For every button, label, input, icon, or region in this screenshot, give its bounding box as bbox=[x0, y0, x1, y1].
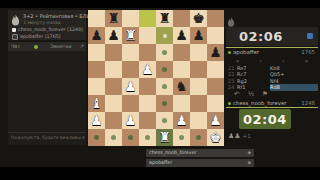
top-clock: 02:06 bbox=[226, 27, 318, 46]
online-dot-icon bbox=[228, 51, 231, 54]
square-d8[interactable] bbox=[139, 10, 156, 27]
top-player-name[interactable]: apobaffer bbox=[233, 49, 259, 55]
move-dot[interactable] bbox=[128, 135, 133, 140]
square-h3[interactable] bbox=[207, 95, 224, 112]
square-e4[interactable] bbox=[156, 78, 173, 95]
square-b1[interactable] bbox=[105, 129, 122, 146]
piece-bp-f7[interactable]: ♟ bbox=[173, 27, 190, 44]
square-d4[interactable] bbox=[139, 78, 156, 95]
square-a1[interactable] bbox=[88, 129, 105, 146]
bottom-player-rating: 1248 bbox=[301, 100, 315, 106]
square-a8[interactable] bbox=[88, 10, 105, 27]
chat-header: Чат Заметки ↗ bbox=[8, 42, 86, 51]
piece-wp-c2[interactable]: ♟ bbox=[122, 112, 139, 129]
square-c8[interactable] bbox=[122, 10, 139, 27]
square-b4[interactable] bbox=[105, 78, 122, 95]
square-h5[interactable] bbox=[207, 61, 224, 78]
bottom-player-name[interactable]: chess_noob_forever bbox=[233, 100, 286, 106]
move-dot[interactable] bbox=[179, 135, 184, 140]
square-b8[interactable]: ♜ bbox=[105, 10, 122, 27]
square-c2[interactable]: ♟ bbox=[122, 112, 139, 129]
game-meta: 3+2 • Рейтинговая • БЛИЦ bbox=[23, 13, 94, 19]
square-b2[interactable] bbox=[105, 112, 122, 129]
piece-wb-a3[interactable]: ♝ bbox=[88, 95, 105, 112]
move-dot[interactable] bbox=[94, 135, 99, 140]
right-panel: 02:06 apobaffer 1765 «‹›» 21Re7Kb822Rc7Q… bbox=[226, 8, 318, 167]
black-color-icon bbox=[12, 34, 18, 40]
black-player-row: apobaffer (1765) bbox=[12, 34, 61, 40]
captured-pieces: ♟♟+1 bbox=[228, 132, 251, 140]
game-info-box: 3+2 • Рейтинговая • БЛИЦ 1 минуту назад … bbox=[8, 10, 86, 40]
move-list: 21Re7Kb822Rc7Qb5+23Rg2Nf424Rf1Rd8 bbox=[226, 65, 318, 91]
square-d2[interactable] bbox=[139, 112, 156, 129]
player-bar-name: chess_noob_forever bbox=[149, 150, 197, 155]
game-controls: ↶½⚑ bbox=[226, 90, 318, 99]
square-d6[interactable] bbox=[139, 44, 156, 61]
square-f3[interactable] bbox=[173, 95, 190, 112]
nav-button-last[interactable]: » bbox=[295, 57, 318, 64]
square-b3[interactable] bbox=[105, 95, 122, 112]
square-f5[interactable] bbox=[173, 61, 190, 78]
nav-button-first[interactable]: « bbox=[226, 57, 249, 64]
square-g7[interactable]: ♟ bbox=[190, 27, 207, 44]
move-dot[interactable] bbox=[162, 67, 167, 72]
move-dot[interactable] bbox=[162, 84, 167, 89]
square-e5[interactable] bbox=[156, 61, 173, 78]
square-b5[interactable] bbox=[105, 61, 122, 78]
square-d7[interactable] bbox=[139, 27, 156, 44]
top-player-bar: apobaffer 1765 bbox=[226, 48, 318, 56]
square-d5[interactable]: ♟ bbox=[139, 61, 156, 78]
square-a7[interactable]: ♟ bbox=[88, 27, 105, 44]
square-a4[interactable] bbox=[88, 78, 105, 95]
square-c4[interactable]: ♟ bbox=[122, 78, 139, 95]
piece-wk-h1[interactable]: ♚ bbox=[207, 129, 224, 146]
square-g8[interactable]: ♚ bbox=[190, 10, 207, 27]
square-h6[interactable]: ♟ bbox=[207, 44, 224, 61]
piece-wp-c4[interactable]: ♟ bbox=[122, 78, 139, 95]
square-f1[interactable] bbox=[173, 129, 190, 146]
square-f4[interactable]: ♞ bbox=[173, 78, 190, 95]
square-d3[interactable] bbox=[139, 95, 156, 112]
square-f2[interactable]: ♟ bbox=[173, 112, 190, 129]
square-g1[interactable] bbox=[190, 129, 207, 146]
square-h8[interactable] bbox=[207, 10, 224, 27]
chat-input[interactable]: Пожалуйста, будьте вежливы в чате! bbox=[8, 132, 86, 140]
piece-wr-c7[interactable]: ♜ bbox=[122, 27, 139, 44]
material-advantage: +1 bbox=[243, 133, 251, 139]
piece-br-b8[interactable]: ♜ bbox=[105, 10, 122, 27]
square-g6[interactable] bbox=[190, 44, 207, 61]
lichess-page: 3+2 • Рейтинговая • БЛИЦ 1 минуту назад … bbox=[0, 8, 320, 167]
top-clock-time: 02:06 bbox=[239, 29, 283, 44]
bottom-clock-time: 02:04 bbox=[243, 112, 287, 127]
piece-wp-d5[interactable]: ♟ bbox=[139, 61, 156, 78]
player-bar-name: apobaffer bbox=[149, 160, 172, 165]
top-player-rating: 1765 bbox=[301, 49, 315, 55]
move-dot[interactable] bbox=[163, 34, 167, 38]
square-a5[interactable] bbox=[88, 61, 105, 78]
square-f6[interactable] bbox=[173, 44, 190, 61]
move-dot[interactable] bbox=[145, 135, 150, 140]
move-nav-bar: «‹›» bbox=[226, 57, 318, 64]
square-h2[interactable]: ♟ bbox=[207, 112, 224, 129]
move-dot[interactable] bbox=[196, 135, 201, 140]
piece-wp-f2[interactable]: ♟ bbox=[173, 112, 190, 129]
move-dot[interactable] bbox=[162, 50, 167, 55]
square-a2[interactable]: ♟ bbox=[88, 112, 105, 129]
square-c5[interactable] bbox=[122, 61, 139, 78]
blitz-flame-icon bbox=[11, 14, 20, 27]
online-dot-icon bbox=[228, 102, 231, 105]
square-c7[interactable]: ♜ bbox=[122, 27, 139, 44]
flair-icon bbox=[307, 33, 313, 39]
tab-chat[interactable]: Чат bbox=[11, 44, 20, 49]
white-color-icon bbox=[12, 28, 16, 32]
piece-bp-h6[interactable]: ♟ bbox=[207, 44, 224, 61]
bottom-player-bar: chess_noob_forever 1248 bbox=[226, 99, 318, 108]
piece-br-e8[interactable]: ♜ bbox=[156, 10, 173, 27]
square-c6[interactable] bbox=[122, 44, 139, 61]
square-a3[interactable]: ♝ bbox=[88, 95, 105, 112]
nav-button-next[interactable]: › bbox=[272, 57, 295, 64]
square-e8[interactable]: ♜ bbox=[156, 10, 173, 27]
square-e7[interactable] bbox=[156, 27, 173, 44]
square-d1[interactable] bbox=[139, 129, 156, 146]
square-c3[interactable] bbox=[122, 95, 139, 112]
move-dot[interactable] bbox=[162, 118, 167, 123]
square-e1[interactable]: ♜ bbox=[156, 129, 173, 146]
square-e3[interactable] bbox=[156, 95, 173, 112]
square-h7[interactable] bbox=[207, 27, 224, 44]
piece-wp-h2[interactable]: ♟ bbox=[207, 112, 224, 129]
resign-flag-icon[interactable]: ⚑ bbox=[262, 90, 268, 99]
square-g5[interactable] bbox=[190, 61, 207, 78]
square-e2[interactable] bbox=[156, 112, 173, 129]
draw-offer-icon[interactable]: ½ bbox=[248, 90, 254, 99]
piece-wr-e1[interactable]: ♜ bbox=[156, 129, 173, 146]
chess-board: ♜♜♚♟♟♜♟♟♟♟♟♞♝♟♟♟♟♜♚ bbox=[88, 10, 224, 146]
chat-box: Чат Заметки ↗ Пожалуйста, будьте вежливы… bbox=[8, 42, 86, 145]
piece-bn-f4[interactable]: ♞ bbox=[173, 78, 190, 95]
piece-bp-a7[interactable]: ♟ bbox=[88, 27, 105, 44]
white-player-row: chess_noob_forever (1248) bbox=[12, 27, 83, 32]
square-f7[interactable]: ♟ bbox=[173, 27, 190, 44]
game-time-ago: 1 минуту назад bbox=[23, 20, 61, 25]
captured-pawns: ♟♟ bbox=[228, 132, 241, 140]
square-h4[interactable] bbox=[207, 78, 224, 95]
piece-bp-b7[interactable]: ♟ bbox=[105, 27, 122, 44]
piece-bk-g8[interactable]: ♚ bbox=[190, 10, 207, 27]
chat-toggle[interactable] bbox=[34, 45, 38, 49]
piece-wp-a2[interactable]: ♟ bbox=[88, 112, 105, 129]
square-f8[interactable] bbox=[173, 10, 190, 27]
move-dot[interactable] bbox=[111, 135, 116, 140]
square-g2[interactable] bbox=[190, 112, 207, 129]
square-c1[interactable] bbox=[122, 129, 139, 146]
square-h1[interactable]: ♚ bbox=[207, 129, 224, 146]
nav-button-prev[interactable]: ‹ bbox=[249, 57, 272, 64]
piece-bp-g7[interactable]: ♟ bbox=[190, 27, 207, 44]
takeback-icon[interactable]: ↶ bbox=[234, 90, 239, 99]
square-g3[interactable] bbox=[190, 95, 207, 112]
move-dot[interactable] bbox=[162, 101, 167, 106]
square-e6[interactable] bbox=[156, 44, 173, 61]
square-g4[interactable] bbox=[190, 78, 207, 95]
square-b7[interactable]: ♟ bbox=[105, 27, 122, 44]
chat-resize-icon[interactable]: ↗ bbox=[79, 43, 84, 49]
tab-notes[interactable]: Заметки bbox=[50, 44, 71, 49]
square-b6[interactable] bbox=[105, 44, 122, 61]
bottom-clock: 02:04 bbox=[239, 109, 291, 129]
square-a6[interactable] bbox=[88, 44, 105, 61]
